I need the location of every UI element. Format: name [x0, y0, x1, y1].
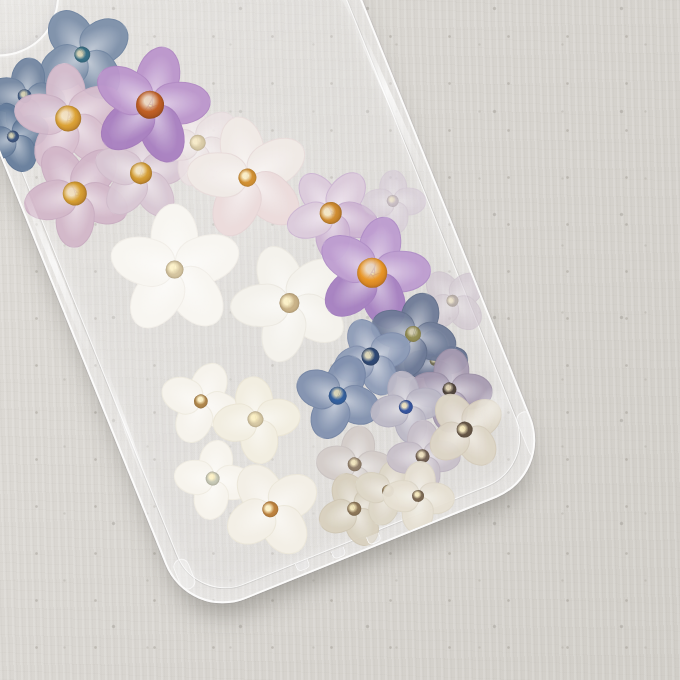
- pressed-flower-white-blossom-1: [110, 205, 238, 333]
- case-reflection-glint: [352, 20, 428, 178]
- case-reflection-glint: [101, 365, 157, 508]
- pressed-flower-cream-floret-2: [380, 458, 456, 534]
- bottom-edge-notch: [295, 559, 311, 573]
- phone-case: [0, 0, 554, 622]
- corner-bumper-nub: [171, 556, 198, 592]
- photo-of-pressed-flower-phone-case: [0, 0, 680, 680]
